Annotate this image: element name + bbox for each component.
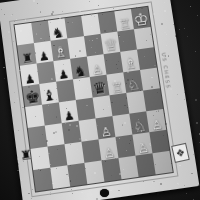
grain-speck <box>187 15 188 16</box>
grain-speck <box>182 194 183 195</box>
grain-speck <box>109 199 110 200</box>
grain-speck <box>199 142 200 143</box>
grain-speck <box>184 24 185 25</box>
logo-diamond-icon: ❖ <box>175 146 186 159</box>
piece-white-king-h8[interactable]: ♔ <box>130 1 150 29</box>
grain-speck <box>184 65 186 67</box>
grain-speck <box>4 78 5 79</box>
grain-speck <box>164 196 166 198</box>
grain-speck <box>184 28 185 29</box>
piece-white-pawn-e2[interactable]: ♙ <box>98 131 119 160</box>
grain-speck <box>188 45 189 46</box>
grain-speck <box>196 36 197 37</box>
grain-speck <box>193 199 194 200</box>
square-h2[interactable] <box>149 130 169 153</box>
grain-speck <box>187 65 188 66</box>
grain-speck <box>199 133 200 135</box>
grain-speck <box>195 51 196 52</box>
square-h6[interactable] <box>137 47 157 70</box>
board-grid: ♞♖♔♜♟♗♕♟♟♞♙♗♚♝♛♖♘♟♙♘♙♙♙ <box>13 6 173 193</box>
grain-speck <box>199 171 200 172</box>
board-photo: ♞♖♔♜♟♗♕♟♟♞♙♗♚♝♛♖♘♟♙♘♙♙♙ ♜ US CHESS ❖ <box>0 0 200 200</box>
square-h5[interactable] <box>140 68 160 91</box>
chess-board: ♞♖♔♜♟♗♕♟♟♞♙♗♚♝♛♖♘♟♙♘♙♙♙ ♜ US CHESS ❖ <box>0 0 199 200</box>
grain-speck <box>1 115 2 116</box>
square-h1[interactable] <box>152 151 172 175</box>
grain-speck <box>196 122 198 124</box>
grain-speck <box>157 193 159 195</box>
grain-speck <box>3 67 5 69</box>
grain-speck <box>189 5 190 6</box>
board-edge-text: US CHESS <box>161 52 172 89</box>
grain-speck <box>187 36 188 37</box>
grain-speck <box>13 189 15 191</box>
grain-speck <box>5 111 6 112</box>
board-maker-logo: ❖ <box>171 143 190 163</box>
grain-speck <box>179 29 180 30</box>
photo-artifact-blob <box>100 189 109 197</box>
grain-speck <box>186 193 188 195</box>
captured-black-rook[interactable]: ♜ <box>19 148 32 163</box>
grain-speck <box>195 99 197 101</box>
grain-speck <box>198 147 199 148</box>
grain-speck <box>190 6 191 7</box>
grain-speck <box>180 195 181 196</box>
grain-speck <box>7 139 8 140</box>
square-h7[interactable] <box>134 27 154 50</box>
piece-black-bishop-b5[interactable]: ♝ <box>38 76 58 105</box>
grain-speck <box>197 15 198 16</box>
piece-black-pawn-c4[interactable]: ♟ <box>58 94 79 123</box>
